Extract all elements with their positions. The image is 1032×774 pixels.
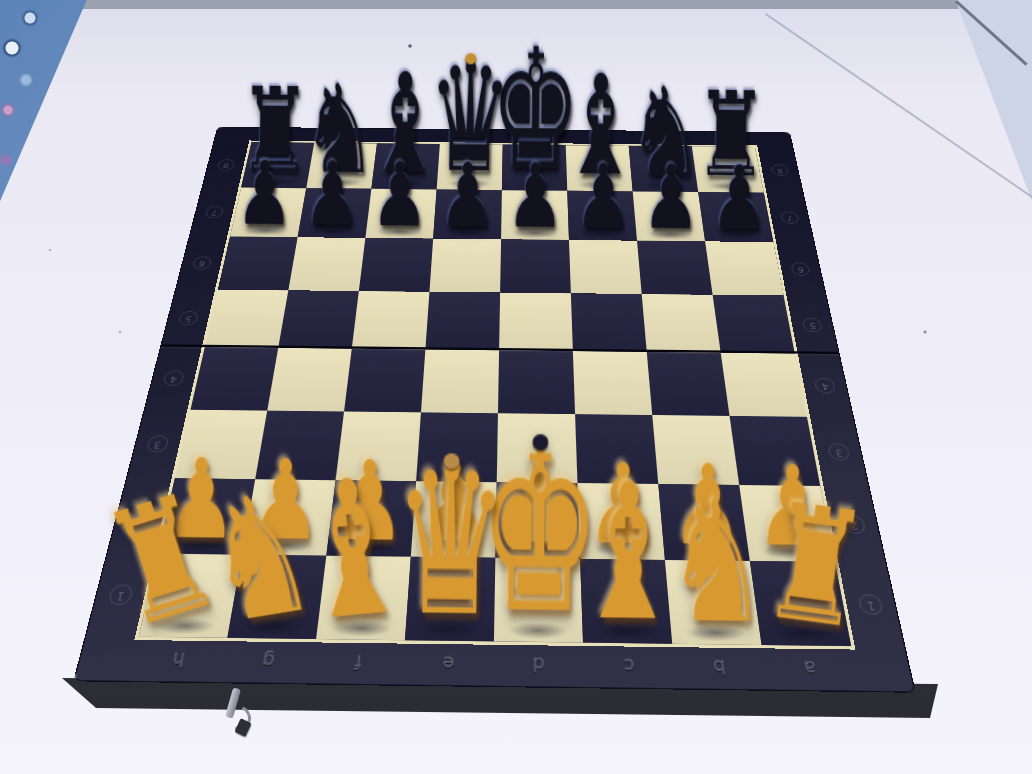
square-e7[interactable]: ♟ bbox=[501, 190, 569, 240]
piece-white-knight[interactable]: ♞ bbox=[665, 485, 770, 640]
board-perspective-wrapper: ♜♞♝♛♚♝♞♜♟♟♟♟♟♟♟♟♟♟♟♟♟♟♟♟♜♞♝♛♚♝♞♜ hgfedcb… bbox=[159, 15, 839, 695]
square-g6[interactable] bbox=[637, 241, 713, 295]
square-d1[interactable]: ♛ bbox=[405, 557, 495, 642]
square-d7[interactable]: ♟ bbox=[433, 189, 502, 239]
square-g1[interactable]: ♞ bbox=[665, 560, 762, 645]
piece-black-pawn[interactable]: ♟ bbox=[236, 153, 294, 235]
board-grid: ♜♞♝♛♚♝♞♜♟♟♟♟♟♟♟♟♟♟♟♟♟♟♟♟♜♞♝♛♚♝♞♜ bbox=[139, 142, 851, 646]
square-h6[interactable] bbox=[705, 241, 783, 295]
piece-white-queen[interactable]: ♛ bbox=[392, 447, 509, 637]
piece-black-pawn[interactable]: ♟ bbox=[506, 155, 564, 237]
piece-black-pawn[interactable]: ♟ bbox=[642, 157, 701, 239]
chess-board: ♜♞♝♛♚♝♞♜♟♟♟♟♟♟♟♟♟♟♟♟♟♟♟♟♜♞♝♛♚♝♞♜ hgfedcb… bbox=[75, 127, 915, 691]
piece-black-pawn[interactable]: ♟ bbox=[574, 156, 632, 238]
finial-dot bbox=[465, 53, 477, 64]
square-e6[interactable] bbox=[500, 239, 571, 293]
square-d6[interactable] bbox=[429, 239, 501, 293]
square-b4[interactable] bbox=[267, 348, 352, 412]
square-a5[interactable] bbox=[205, 290, 289, 348]
finial-dot bbox=[444, 453, 460, 469]
piece-white-rook[interactable]: ♜ bbox=[756, 489, 875, 647]
square-c4[interactable] bbox=[344, 349, 425, 413]
scene: ♜♞♝♛♚♝♞♜♟♟♟♟♟♟♟♟♟♟♟♟♟♟♟♟♜♞♝♛♚♝♞♜ hgfedcb… bbox=[0, 0, 1032, 774]
square-c6[interactable] bbox=[359, 238, 433, 292]
square-b1[interactable]: ♞ bbox=[227, 555, 326, 639]
square-f7[interactable]: ♟ bbox=[567, 191, 637, 241]
square-c7[interactable]: ♟ bbox=[365, 189, 436, 239]
finial-dot bbox=[533, 434, 549, 450]
square-f6[interactable] bbox=[569, 240, 642, 294]
square-a7[interactable]: ♟ bbox=[230, 188, 306, 238]
square-b6[interactable] bbox=[288, 237, 365, 291]
square-g7[interactable]: ♟ bbox=[633, 191, 705, 241]
background-wall-strip bbox=[0, 0, 1032, 9]
square-a4[interactable] bbox=[190, 347, 278, 411]
square-f1[interactable]: ♝ bbox=[580, 559, 672, 644]
piece-black-pawn[interactable]: ♟ bbox=[710, 157, 769, 239]
square-h7[interactable]: ♟ bbox=[698, 192, 773, 242]
board-clasp-latch bbox=[219, 688, 263, 744]
square-h5[interactable] bbox=[713, 295, 795, 354]
square-g4[interactable] bbox=[647, 352, 730, 416]
piece-black-pawn[interactable]: ♟ bbox=[303, 153, 361, 235]
square-a6[interactable] bbox=[218, 237, 298, 291]
square-f5[interactable] bbox=[571, 293, 647, 352]
square-d5[interactable] bbox=[425, 292, 500, 351]
square-b7[interactable]: ♟ bbox=[298, 188, 372, 238]
piece-black-pawn[interactable]: ♟ bbox=[438, 155, 496, 237]
piece-black-pawn[interactable]: ♟ bbox=[371, 154, 429, 236]
square-h4[interactable] bbox=[721, 353, 807, 417]
